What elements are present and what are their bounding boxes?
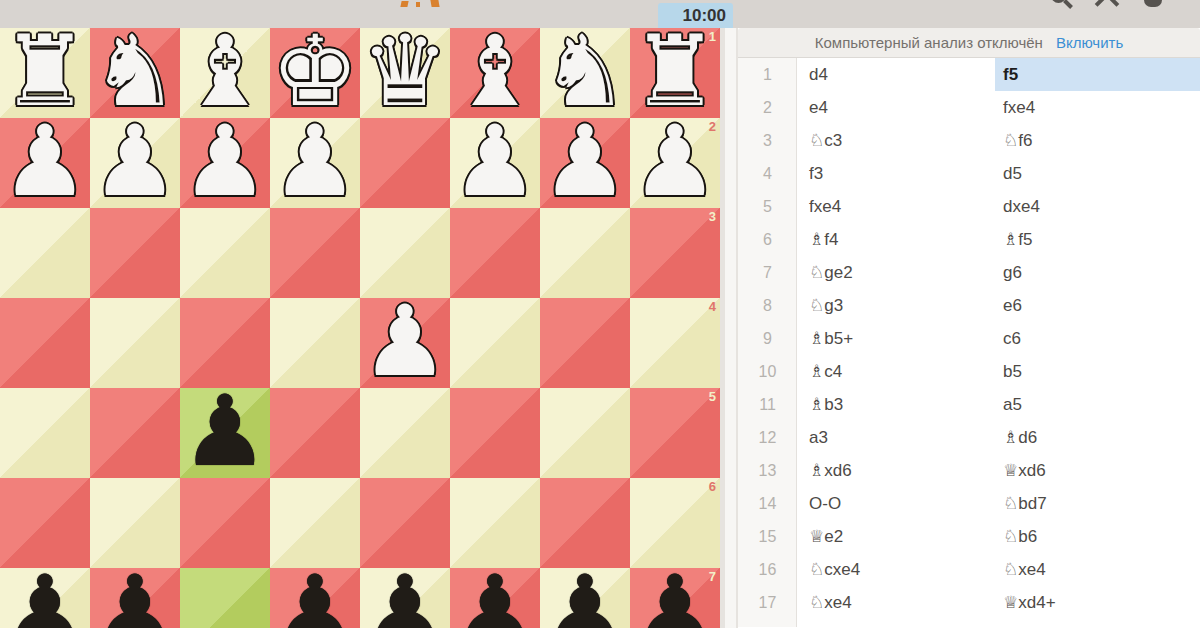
move-number-15: 15 — [738, 520, 797, 553]
move-row-5: 5fxe4dxe4 — [738, 190, 1200, 223]
square-c5[interactable] — [450, 388, 540, 478]
square-h4[interactable] — [0, 298, 90, 388]
square-a7[interactable]: ♟7 — [630, 568, 720, 628]
black-pawn-h7[interactable]: ♟ — [0, 568, 90, 628]
square-e2[interactable]: ♟ — [270, 118, 360, 208]
move-16-black[interactable]: ♘xe4 — [995, 553, 1200, 586]
move-number-4: 4 — [738, 157, 797, 190]
move-number-9: 9 — [738, 322, 797, 355]
scrollbar-track[interactable] — [725, 28, 736, 628]
move-row-17: 17♘xe4♕xd4+ — [738, 586, 1200, 619]
move-number-7: 7 — [738, 256, 797, 289]
move-row-9: 9♗b5+c6 — [738, 322, 1200, 355]
rank-coordinate-3: 3 — [709, 210, 716, 223]
top-toolbar — [1040, 0, 1200, 9]
move-number-2: 2 — [738, 91, 797, 124]
rank-coordinate-1: 1 — [709, 30, 716, 43]
square-f3[interactable] — [180, 208, 270, 298]
move-number-13: 13 — [738, 454, 797, 487]
move-number-17: 17 — [738, 586, 797, 619]
square-a5[interactable]: 5 — [630, 388, 720, 478]
move-number-6: 6 — [738, 223, 797, 256]
square-b2[interactable]: ♟ — [540, 118, 630, 208]
square-b4[interactable] — [540, 298, 630, 388]
search-icon[interactable] — [1048, 0, 1074, 9]
move-row-11: 11♗b3a5 — [738, 388, 1200, 421]
black-pawn-a7[interactable]: ♟ — [630, 568, 720, 628]
black-pawn-d7[interactable]: ♟ — [360, 568, 450, 628]
square-f7[interactable] — [180, 568, 270, 628]
move-number-3: 3 — [738, 124, 797, 157]
white-pawn-f2[interactable]: ♟ — [180, 118, 270, 208]
square-a2[interactable]: ♟2 — [630, 118, 720, 208]
rank-coordinate-4: 4 — [709, 300, 716, 313]
move-row-7: 7♘ge2g6 — [738, 256, 1200, 289]
cropped-orange-label — [399, 0, 447, 7]
rank-coordinate-2: 2 — [709, 120, 716, 133]
board-container: ♜♞♝♚♛♝♞♜1♟♟♟♟♟♟♟23♟4♟56♟♟♟♟♟♟♟7♜♞♝♚♛♝♞♜8 — [0, 28, 720, 628]
move-number-1: 1 — [738, 58, 797, 91]
move-row-16: 16♘cxe4♘xe4 — [738, 553, 1200, 586]
move-8-white[interactable]: ♘g3 — [797, 289, 995, 322]
square-h3[interactable] — [0, 208, 90, 298]
square-h5[interactable] — [0, 388, 90, 478]
move-row-15: 15♕e2♘b6 — [738, 520, 1200, 553]
move-9-white[interactable]: ♗b5+ — [797, 322, 995, 355]
square-f2[interactable]: ♟ — [180, 118, 270, 208]
move-number-11: 11 — [738, 388, 797, 421]
square-d7[interactable]: ♟ — [360, 568, 450, 628]
square-c4[interactable] — [450, 298, 540, 388]
white-pawn-d4[interactable]: ♟ — [360, 298, 450, 388]
move-3-white[interactable]: ♘c3 — [797, 124, 995, 157]
square-d1[interactable]: ♛ — [360, 28, 450, 118]
black-pawn-b7[interactable]: ♟ — [540, 568, 630, 628]
move-number-8: 8 — [738, 289, 797, 322]
black-pawn-e7[interactable]: ♟ — [270, 568, 360, 628]
move-list: 1d4f52e4fxe43♘c3♘f64f3d55fxe4dxe46♗f4♗f5… — [738, 58, 1200, 627]
move-5-black[interactable]: dxe4 — [995, 190, 1200, 223]
square-e7[interactable]: ♟ — [270, 568, 360, 628]
rank-coordinate-5: 5 — [709, 390, 716, 403]
square-a4[interactable]: 4 — [630, 298, 720, 388]
white-pawn-g2[interactable]: ♟ — [90, 118, 180, 208]
move-2-black[interactable]: fxe4 — [995, 91, 1200, 124]
move-17-white[interactable]: ♘xe4 — [797, 586, 995, 619]
expand-icon[interactable] — [1096, 0, 1120, 9]
square-d5[interactable] — [360, 388, 450, 478]
move-6-white[interactable]: ♗f4 — [797, 223, 995, 256]
chess-board: ♜♞♝♚♛♝♞♜1♟♟♟♟♟♟♟23♟4♟56♟♟♟♟♟♟♟7♜♞♝♚♛♝♞♜8 — [0, 28, 720, 628]
move-number-5: 5 — [738, 190, 797, 223]
move-2-white[interactable]: e4 — [797, 91, 995, 124]
square-e3[interactable] — [270, 208, 360, 298]
square-g4[interactable] — [90, 298, 180, 388]
move-number-12: 12 — [738, 421, 797, 454]
move-7-black[interactable]: g6 — [995, 256, 1200, 289]
move-row-12: 12a3♗d6 — [738, 421, 1200, 454]
square-b3[interactable] — [540, 208, 630, 298]
move-row-6: 6♗f4♗f5 — [738, 223, 1200, 256]
square-e4[interactable] — [270, 298, 360, 388]
analysis-panel: Компьютерный анализ отключён Включить 1d… — [738, 28, 1200, 628]
move-row-14: 14O-O♘bd7 — [738, 487, 1200, 520]
square-d4[interactable]: ♟ — [360, 298, 450, 388]
white-pawn-c2[interactable]: ♟ — [450, 118, 540, 208]
move-number-14: 14 — [738, 487, 797, 520]
rank-coordinate-7: 7 — [709, 570, 716, 583]
move-row-3: 3♘c3♘f6 — [738, 124, 1200, 157]
black-pawn-g7[interactable]: ♟ — [90, 568, 180, 628]
move-7-white[interactable]: ♘ge2 — [797, 256, 995, 289]
move-10-white[interactable]: ♗c4 — [797, 355, 995, 388]
move-12-black[interactable]: ♗d6 — [995, 421, 1200, 454]
move-6-black[interactable]: ♗f5 — [995, 223, 1200, 256]
move-14-black[interactable]: ♘bd7 — [995, 487, 1200, 520]
move-row-1: 1d4f5 — [738, 58, 1200, 91]
move-8-black[interactable]: e6 — [995, 289, 1200, 322]
move-12-white[interactable]: a3 — [797, 421, 995, 454]
move-3-black[interactable]: ♘f6 — [995, 124, 1200, 157]
move-15-black[interactable]: ♘b6 — [995, 520, 1200, 553]
black-pawn-c7[interactable]: ♟ — [450, 568, 540, 628]
move-15-white[interactable]: ♕e2 — [797, 520, 995, 553]
white-pawn-h2[interactable]: ♟ — [0, 118, 90, 208]
move-1-black[interactable]: f5 — [995, 58, 1200, 91]
white-pawn-b2[interactable]: ♟ — [540, 118, 630, 208]
move-row-10: 10♗c4b5 — [738, 355, 1200, 388]
move-row-4: 4f3d5 — [738, 157, 1200, 190]
white-pawn-a2[interactable]: ♟ — [630, 118, 720, 208]
move-row-13: 13♗xd6♕xd6 — [738, 454, 1200, 487]
square-g5[interactable] — [90, 388, 180, 478]
move-5-white[interactable]: fxe4 — [797, 190, 995, 223]
move-17-black[interactable]: ♕xd4+ — [995, 586, 1200, 619]
square-h2[interactable]: ♟ — [0, 118, 90, 208]
move-row-8: 8♘g3e6 — [738, 289, 1200, 322]
black-pawn-f5[interactable]: ♟ — [180, 388, 270, 478]
square-b5[interactable] — [540, 388, 630, 478]
white-queen-d1[interactable]: ♛ — [360, 28, 450, 118]
square-d2[interactable] — [360, 118, 450, 208]
move-16-white[interactable]: ♘cxe4 — [797, 553, 995, 586]
square-g2[interactable]: ♟ — [90, 118, 180, 208]
enable-analysis-link[interactable]: Включить — [1056, 34, 1123, 51]
move-number-10: 10 — [738, 355, 797, 388]
analysis-header: Компьютерный анализ отключён Включить — [738, 28, 1200, 58]
page: 10:00 ♜♞♝♚♛♝♞♜1♟♟♟♟♟♟♟23♟4♟56♟♟♟♟♟♟♟7♜♞♝… — [0, 0, 1200, 628]
move-9-black[interactable]: c6 — [995, 322, 1200, 355]
move-number-16: 16 — [738, 553, 797, 586]
square-e5[interactable] — [270, 388, 360, 478]
gear-icon[interactable] — [1142, 0, 1166, 9]
move-11-white[interactable]: ♗b3 — [797, 388, 995, 421]
white-clock: 10:00 — [658, 3, 733, 28]
move-14-white[interactable]: O-O — [797, 487, 995, 520]
move-10-black[interactable]: b5 — [995, 355, 1200, 388]
move-1-white[interactable]: d4 — [797, 58, 995, 91]
rank-coordinate-6: 6 — [709, 480, 716, 493]
square-f5[interactable]: ♟ — [180, 388, 270, 478]
square-c2[interactable]: ♟ — [450, 118, 540, 208]
move-11-black[interactable]: a5 — [995, 388, 1200, 421]
square-b7[interactable]: ♟ — [540, 568, 630, 628]
square-h7[interactable]: ♟ — [0, 568, 90, 628]
move-4-black[interactable]: d5 — [995, 157, 1200, 190]
move-13-white[interactable]: ♗xd6 — [797, 454, 995, 487]
board-panel-gap — [720, 28, 738, 628]
move-row-2: 2e4fxe4 — [738, 91, 1200, 124]
square-g7[interactable]: ♟ — [90, 568, 180, 628]
move-13-black[interactable]: ♕xd6 — [995, 454, 1200, 487]
square-c7[interactable]: ♟ — [450, 568, 540, 628]
analysis-status-text: Компьютерный анализ отключён — [815, 34, 1043, 51]
square-a3[interactable]: 3 — [630, 208, 720, 298]
square-f6[interactable] — [180, 478, 270, 568]
square-g3[interactable] — [90, 208, 180, 298]
white-pawn-e2[interactable]: ♟ — [270, 118, 360, 208]
square-c3[interactable] — [450, 208, 540, 298]
move-4-white[interactable]: f3 — [797, 157, 995, 190]
